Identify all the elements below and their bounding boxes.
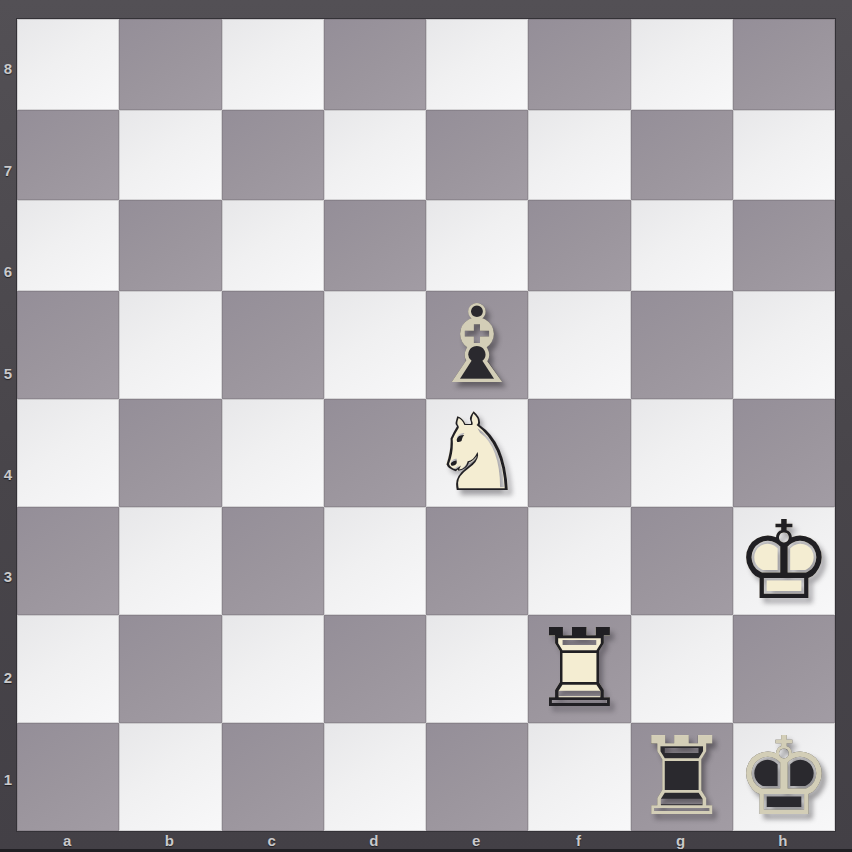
rank-label-5: 5: [0, 323, 16, 425]
file-label-e: e: [425, 831, 527, 849]
square-g3[interactable]: [631, 507, 733, 615]
white-rook[interactable]: ♜♖: [528, 615, 630, 723]
square-d6[interactable]: [324, 200, 426, 291]
square-f8[interactable]: [528, 19, 630, 110]
square-c7[interactable]: [222, 110, 324, 201]
square-g1[interactable]: ♜♖: [631, 723, 733, 831]
rank-label-8: 8: [0, 18, 16, 120]
white-knight-glyph: ♞: [429, 399, 526, 507]
white-knight-detail: ♘: [429, 399, 526, 507]
white-king[interactable]: ♚♔: [733, 507, 835, 615]
black-king-glyph: ♚: [735, 723, 832, 831]
square-f2[interactable]: ♜♖: [528, 615, 630, 723]
square-f4[interactable]: [528, 399, 630, 507]
square-e2[interactable]: [426, 615, 528, 723]
file-label-h: h: [732, 831, 834, 849]
black-king[interactable]: ♚♔: [733, 723, 835, 831]
square-h2[interactable]: [733, 615, 835, 723]
white-rook-glyph: ♜: [531, 615, 628, 723]
square-e6[interactable]: [426, 200, 528, 291]
square-a8[interactable]: [17, 19, 119, 110]
square-g7[interactable]: [631, 110, 733, 201]
square-f5[interactable]: [528, 291, 630, 399]
square-c5[interactable]: [222, 291, 324, 399]
chess-board: ♝♗♞♘♚♔♜♖♜♖♚♔: [16, 18, 836, 832]
black-rook-detail: ♖: [633, 723, 730, 831]
square-e8[interactable]: [426, 19, 528, 110]
black-bishop[interactable]: ♝♗: [426, 291, 528, 399]
square-h7[interactable]: [733, 110, 835, 201]
square-h6[interactable]: [733, 200, 835, 291]
square-c1[interactable]: [222, 723, 324, 831]
rank-label-6: 6: [0, 221, 16, 323]
square-a3[interactable]: [17, 507, 119, 615]
square-b2[interactable]: [119, 615, 221, 723]
square-b6[interactable]: [119, 200, 221, 291]
square-d8[interactable]: [324, 19, 426, 110]
square-c6[interactable]: [222, 200, 324, 291]
black-rook[interactable]: ♜♖: [631, 723, 733, 831]
square-f7[interactable]: [528, 110, 630, 201]
file-label-c: c: [221, 831, 323, 849]
square-d4[interactable]: [324, 399, 426, 507]
black-bishop-detail: ♗: [429, 291, 526, 399]
square-h5[interactable]: [733, 291, 835, 399]
square-h4[interactable]: [733, 399, 835, 507]
white-king-glyph: ♚: [735, 507, 832, 615]
white-knight[interactable]: ♞♘: [426, 399, 528, 507]
white-king-detail: ♔: [735, 507, 832, 615]
rank-label-3: 3: [0, 526, 16, 628]
file-label-d: d: [323, 831, 425, 849]
square-a5[interactable]: [17, 291, 119, 399]
square-b4[interactable]: [119, 399, 221, 507]
rank-label-7: 7: [0, 120, 16, 222]
black-king-detail: ♔: [735, 723, 832, 831]
square-d3[interactable]: [324, 507, 426, 615]
white-rook-detail: ♖: [531, 615, 628, 723]
square-h3[interactable]: ♚♔: [733, 507, 835, 615]
square-b8[interactable]: [119, 19, 221, 110]
square-g5[interactable]: [631, 291, 733, 399]
square-e3[interactable]: [426, 507, 528, 615]
square-g2[interactable]: [631, 615, 733, 723]
square-a7[interactable]: [17, 110, 119, 201]
file-label-b: b: [118, 831, 220, 849]
square-g6[interactable]: [631, 200, 733, 291]
square-a2[interactable]: [17, 615, 119, 723]
square-c4[interactable]: [222, 399, 324, 507]
rank-label-2: 2: [0, 627, 16, 729]
chess-board-frame: 87654321 ♝♗♞♘♚♔♜♖♜♖♚♔ abcdefgh: [0, 0, 852, 852]
square-e1[interactable]: [426, 723, 528, 831]
square-c3[interactable]: [222, 507, 324, 615]
square-e4[interactable]: ♞♘: [426, 399, 528, 507]
square-h1[interactable]: ♚♔: [733, 723, 835, 831]
square-f6[interactable]: [528, 200, 630, 291]
file-labels: abcdefgh: [16, 831, 834, 849]
square-g8[interactable]: [631, 19, 733, 110]
square-d7[interactable]: [324, 110, 426, 201]
square-g4[interactable]: [631, 399, 733, 507]
square-h8[interactable]: [733, 19, 835, 110]
square-a6[interactable]: [17, 200, 119, 291]
square-c2[interactable]: [222, 615, 324, 723]
rank-labels: 87654321: [0, 18, 16, 830]
square-d5[interactable]: [324, 291, 426, 399]
square-d2[interactable]: [324, 615, 426, 723]
square-b1[interactable]: [119, 723, 221, 831]
square-d1[interactable]: [324, 723, 426, 831]
file-label-f: f: [527, 831, 629, 849]
square-f3[interactable]: [528, 507, 630, 615]
square-b7[interactable]: [119, 110, 221, 201]
square-f1[interactable]: [528, 723, 630, 831]
square-a4[interactable]: [17, 399, 119, 507]
square-e7[interactable]: [426, 110, 528, 201]
square-a1[interactable]: [17, 723, 119, 831]
square-b3[interactable]: [119, 507, 221, 615]
square-c8[interactable]: [222, 19, 324, 110]
file-label-a: a: [16, 831, 118, 849]
rank-label-1: 1: [0, 729, 16, 831]
file-label-g: g: [630, 831, 732, 849]
black-bishop-glyph: ♝: [429, 291, 526, 399]
square-e5[interactable]: ♝♗: [426, 291, 528, 399]
square-b5[interactable]: [119, 291, 221, 399]
rank-label-4: 4: [0, 424, 16, 526]
black-rook-glyph: ♜: [633, 723, 730, 831]
